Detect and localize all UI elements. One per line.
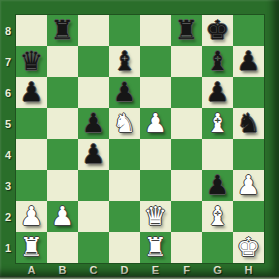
- square-g3[interactable]: ♟: [202, 170, 233, 201]
- square-e8[interactable]: [140, 15, 171, 46]
- square-h6[interactable]: [233, 77, 264, 108]
- square-c8[interactable]: [78, 15, 109, 46]
- square-d4[interactable]: [109, 139, 140, 170]
- square-f2[interactable]: [171, 201, 202, 232]
- square-c7[interactable]: [78, 46, 109, 77]
- piece-black-pawn-c4: ♟: [78, 139, 109, 170]
- piece-black-pawn-d6: ♟: [109, 77, 140, 108]
- square-b2[interactable]: ♟: [47, 201, 78, 232]
- piece-black-bishop-g7: ♝: [202, 46, 233, 77]
- square-a8[interactable]: [16, 15, 47, 46]
- rank-label-1: 1: [0, 232, 16, 263]
- piece-white-pawn-b2: ♟: [47, 201, 78, 232]
- file-label-g: G: [202, 263, 233, 277]
- piece-black-king-g8: ♚: [202, 15, 233, 46]
- square-g4[interactable]: [202, 139, 233, 170]
- square-e1[interactable]: ♜: [140, 232, 171, 263]
- square-d7[interactable]: ♝: [109, 46, 140, 77]
- square-a5[interactable]: [16, 108, 47, 139]
- square-d8[interactable]: [109, 15, 140, 46]
- file-label-f: F: [171, 263, 202, 277]
- square-c6[interactable]: [78, 77, 109, 108]
- square-h4[interactable]: [233, 139, 264, 170]
- piece-black-pawn-c5: ♟: [78, 108, 109, 139]
- piece-white-queen-e2: ♛: [140, 201, 171, 232]
- square-f7[interactable]: [171, 46, 202, 77]
- piece-black-bishop-d7: ♝: [109, 46, 140, 77]
- square-a4[interactable]: [16, 139, 47, 170]
- chess-board: ♜♜♚♛♝♝♟♟♟♟♟♞♟♝♞♟♟♟♟♟♛♝♜♜♚: [16, 15, 264, 263]
- square-h2[interactable]: [233, 201, 264, 232]
- square-d3[interactable]: [109, 170, 140, 201]
- piece-white-bishop-g2: ♝: [202, 201, 233, 232]
- piece-black-pawn-g6: ♟: [202, 77, 233, 108]
- rank-label-8: 8: [0, 15, 16, 46]
- rank-label-5: 5: [0, 108, 16, 139]
- square-h5[interactable]: ♞: [233, 108, 264, 139]
- square-b7[interactable]: [47, 46, 78, 77]
- square-f3[interactable]: [171, 170, 202, 201]
- square-g6[interactable]: ♟: [202, 77, 233, 108]
- rank-label-3: 3: [0, 170, 16, 201]
- square-e3[interactable]: [140, 170, 171, 201]
- square-c5[interactable]: ♟: [78, 108, 109, 139]
- piece-white-rook-a1: ♜: [16, 232, 47, 263]
- piece-black-rook-f8: ♜: [171, 15, 202, 46]
- square-a7[interactable]: ♛: [16, 46, 47, 77]
- square-a1[interactable]: ♜: [16, 232, 47, 263]
- file-label-d: D: [109, 263, 140, 277]
- square-d2[interactable]: [109, 201, 140, 232]
- square-b8[interactable]: ♜: [47, 15, 78, 46]
- file-label-h: H: [233, 263, 264, 277]
- square-a3[interactable]: [16, 170, 47, 201]
- square-g1[interactable]: [202, 232, 233, 263]
- piece-black-pawn-a6: ♟: [16, 77, 47, 108]
- rank-label-6: 6: [0, 77, 16, 108]
- square-g5[interactable]: ♝: [202, 108, 233, 139]
- square-e7[interactable]: [140, 46, 171, 77]
- square-g2[interactable]: ♝: [202, 201, 233, 232]
- rank-label-2: 2: [0, 201, 16, 232]
- file-labels: ABCDEFGH: [16, 263, 264, 277]
- square-f4[interactable]: [171, 139, 202, 170]
- square-h7[interactable]: ♟: [233, 46, 264, 77]
- square-h1[interactable]: ♚: [233, 232, 264, 263]
- square-e2[interactable]: ♛: [140, 201, 171, 232]
- file-label-a: A: [16, 263, 47, 277]
- square-h8[interactable]: [233, 15, 264, 46]
- square-e4[interactable]: [140, 139, 171, 170]
- square-c4[interactable]: ♟: [78, 139, 109, 170]
- square-c1[interactable]: [78, 232, 109, 263]
- piece-white-knight-d5: ♞: [109, 108, 140, 139]
- piece-white-rook-e1: ♜: [140, 232, 171, 263]
- rank-label-4: 4: [0, 139, 16, 170]
- square-f5[interactable]: [171, 108, 202, 139]
- square-f6[interactable]: [171, 77, 202, 108]
- square-c3[interactable]: [78, 170, 109, 201]
- square-d5[interactable]: ♞: [109, 108, 140, 139]
- file-label-b: B: [47, 263, 78, 277]
- square-g8[interactable]: ♚: [202, 15, 233, 46]
- rank-labels: 87654321: [0, 15, 16, 263]
- file-label-c: C: [78, 263, 109, 277]
- chess-board-frame: 87654321 ABCDEFGH ♜♜♚♛♝♝♟♟♟♟♟♞♟♝♞♟♟♟♟♟♛♝…: [0, 0, 279, 279]
- square-a2[interactable]: ♟: [16, 201, 47, 232]
- square-b1[interactable]: [47, 232, 78, 263]
- piece-white-bishop-g5: ♝: [202, 108, 233, 139]
- piece-white-king-h1: ♚: [233, 232, 264, 263]
- file-label-e: E: [140, 263, 171, 277]
- square-e5[interactable]: ♟: [140, 108, 171, 139]
- square-e6[interactable]: [140, 77, 171, 108]
- rank-label-7: 7: [0, 46, 16, 77]
- piece-black-knight-h5: ♞: [233, 108, 264, 139]
- square-b4[interactable]: [47, 139, 78, 170]
- square-b6[interactable]: [47, 77, 78, 108]
- square-a6[interactable]: ♟: [16, 77, 47, 108]
- piece-black-queen-a7: ♛: [16, 46, 47, 77]
- square-b5[interactable]: [47, 108, 78, 139]
- piece-white-pawn-a2: ♟: [16, 201, 47, 232]
- square-c2[interactable]: [78, 201, 109, 232]
- square-f8[interactable]: ♜: [171, 15, 202, 46]
- piece-black-rook-b8: ♜: [47, 15, 78, 46]
- square-f1[interactable]: [171, 232, 202, 263]
- square-d6[interactable]: ♟: [109, 77, 140, 108]
- piece-white-pawn-h3: ♟: [233, 170, 264, 201]
- piece-black-pawn-h7: ♟: [233, 46, 264, 77]
- square-b3[interactable]: [47, 170, 78, 201]
- square-h3[interactable]: ♟: [233, 170, 264, 201]
- piece-black-pawn-g3: ♟: [202, 170, 233, 201]
- square-d1[interactable]: [109, 232, 140, 263]
- square-g7[interactable]: ♝: [202, 46, 233, 77]
- piece-white-pawn-e5: ♟: [140, 108, 171, 139]
